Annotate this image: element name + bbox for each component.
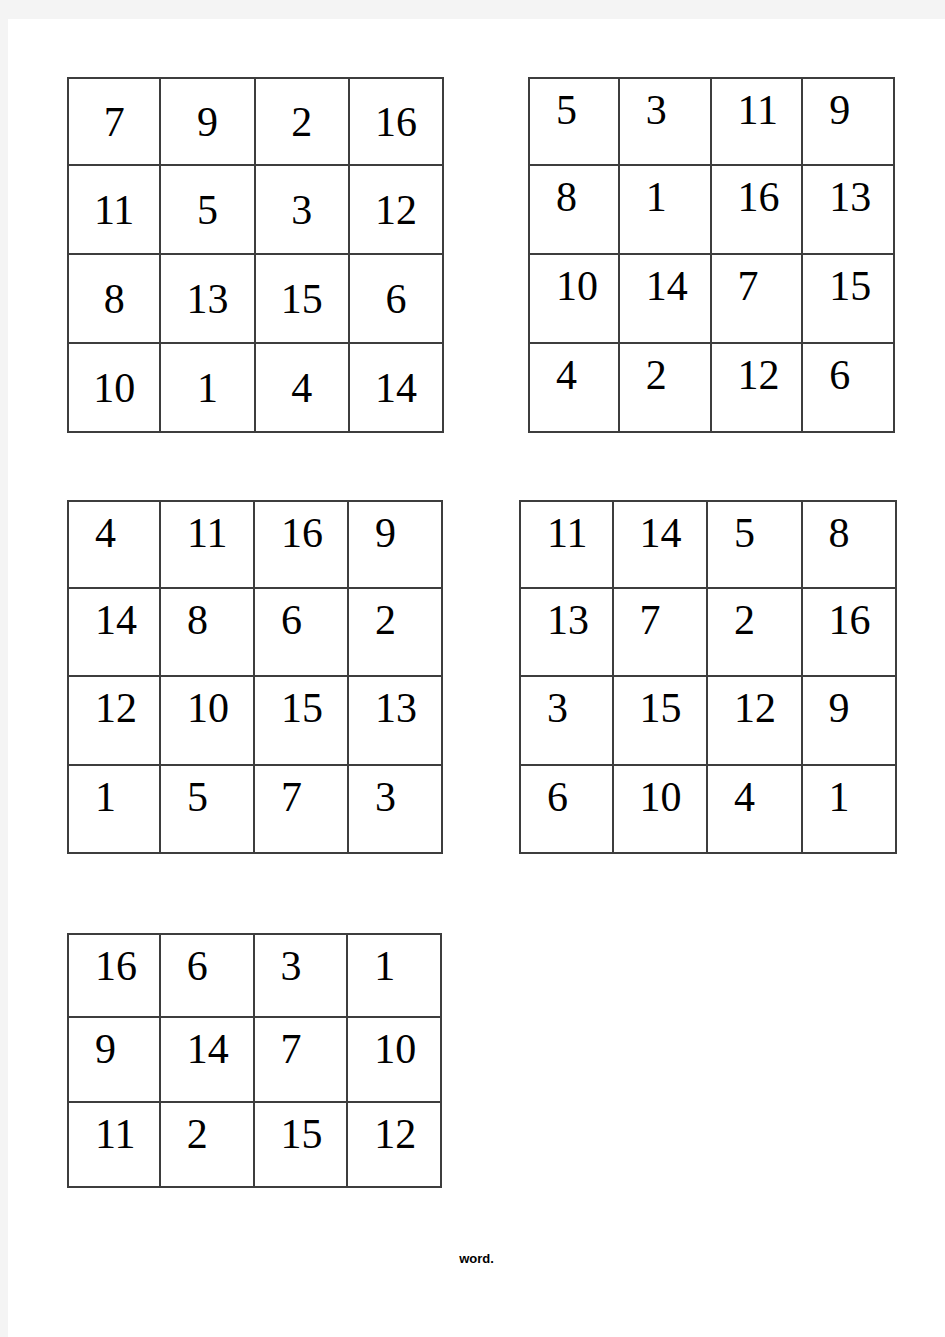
grid4-cell-r3c4: 9 xyxy=(803,677,898,766)
grid2-cell-r2c2: 1 xyxy=(620,166,712,255)
grid4-cell-r2c2: 7 xyxy=(614,589,709,678)
grid5-cell-r3c3: 15 xyxy=(255,1103,349,1188)
grid2-cell-r3c4: 15 xyxy=(803,255,895,344)
grid2-cell-r2c1: 8 xyxy=(528,166,620,255)
grid4-cell-r2c1: 13 xyxy=(519,589,614,678)
grid4-cell-r2c4: 16 xyxy=(803,589,898,678)
grid3-cell-r1c4: 9 xyxy=(349,500,443,589)
grid3-cell-r3c4: 13 xyxy=(349,677,443,766)
grid1-cell-r1c3: 2 xyxy=(256,77,350,166)
grid4-cell-r4c2: 10 xyxy=(614,766,709,855)
grid3-cell-r4c3: 7 xyxy=(255,766,349,855)
worksheet-page: 79216115312813156101414 5311981161310147… xyxy=(8,19,945,1337)
grid1-cell-r1c2: 9 xyxy=(161,77,255,166)
grid1-cell-r2c1: 11 xyxy=(67,166,161,255)
grid2-cell-r1c3: 11 xyxy=(712,77,804,166)
number-grid-3: 41116914862121015131573 xyxy=(67,500,443,854)
grid3-cell-r1c2: 11 xyxy=(161,500,255,589)
grid1-cell-r2c3: 3 xyxy=(256,166,350,255)
grid3-cell-r2c3: 6 xyxy=(255,589,349,678)
grid1-cell-r4c3: 4 xyxy=(256,344,350,433)
grid3-cell-r2c1: 14 xyxy=(67,589,161,678)
grid3-cell-r2c4: 2 xyxy=(349,589,443,678)
grid4-cell-r3c1: 3 xyxy=(519,677,614,766)
grid3-cell-r4c2: 5 xyxy=(161,766,255,855)
grid4-cell-r3c3: 12 xyxy=(708,677,803,766)
grid3-cell-r4c1: 1 xyxy=(67,766,161,855)
grid2-cell-r1c1: 5 xyxy=(528,77,620,166)
grid1-cell-r4c4: 14 xyxy=(350,344,444,433)
grid2-cell-r3c3: 7 xyxy=(712,255,804,344)
number-grid-1: 79216115312813156101414 xyxy=(67,77,444,433)
grid5-cell-r2c3: 7 xyxy=(255,1018,349,1103)
grid2-cell-r4c1: 4 xyxy=(528,344,620,433)
grid5-cell-r1c3: 3 xyxy=(255,933,349,1018)
grid3-cell-r3c1: 12 xyxy=(67,677,161,766)
grid4-cell-r2c3: 2 xyxy=(708,589,803,678)
grid4-cell-r4c4: 1 xyxy=(803,766,898,855)
grid5-cell-r3c1: 11 xyxy=(67,1103,161,1188)
number-grid-2: 53119811613101471542126 xyxy=(528,77,895,433)
grid5-cell-r2c4: 10 xyxy=(348,1018,442,1103)
grid2-cell-r4c2: 2 xyxy=(620,344,712,433)
grid3-cell-r4c4: 3 xyxy=(349,766,443,855)
grid3-cell-r1c1: 4 xyxy=(67,500,161,589)
grid3-cell-r1c3: 16 xyxy=(255,500,349,589)
grid2-cell-r3c1: 10 xyxy=(528,255,620,344)
grid5-cell-r2c2: 14 xyxy=(161,1018,255,1103)
grid5-cell-r1c1: 16 xyxy=(67,933,161,1018)
footer-text: word. xyxy=(8,1251,945,1266)
grid2-cell-r4c3: 12 xyxy=(712,344,804,433)
grid1-cell-r1c4: 16 xyxy=(350,77,444,166)
grid4-cell-r1c4: 8 xyxy=(803,500,898,589)
grid1-cell-r2c2: 5 xyxy=(161,166,255,255)
grid5-cell-r1c4: 1 xyxy=(348,933,442,1018)
grid2-cell-r4c4: 6 xyxy=(803,344,895,433)
grid5-cell-r2c1: 9 xyxy=(67,1018,161,1103)
grid2-cell-r2c3: 16 xyxy=(712,166,804,255)
number-grid-4: 11145813721631512961041 xyxy=(519,500,897,854)
grid1-cell-r4c1: 10 xyxy=(67,344,161,433)
grid5-cell-r1c2: 6 xyxy=(161,933,255,1018)
grid2-cell-r2c4: 13 xyxy=(803,166,895,255)
grid4-cell-r3c2: 15 xyxy=(614,677,709,766)
grid3-cell-r3c3: 15 xyxy=(255,677,349,766)
number-grid-5: 166319147101121512 xyxy=(67,933,442,1188)
grid1-cell-r1c1: 7 xyxy=(67,77,161,166)
grid2-cell-r1c2: 3 xyxy=(620,77,712,166)
grid4-cell-r1c2: 14 xyxy=(614,500,709,589)
grid1-cell-r3c4: 6 xyxy=(350,255,444,344)
grid3-cell-r2c2: 8 xyxy=(161,589,255,678)
grid1-cell-r3c2: 13 xyxy=(161,255,255,344)
grid1-cell-r4c2: 1 xyxy=(161,344,255,433)
grid1-cell-r3c3: 15 xyxy=(256,255,350,344)
grid2-cell-r3c2: 14 xyxy=(620,255,712,344)
grid5-cell-r3c4: 12 xyxy=(348,1103,442,1188)
grid4-cell-r1c1: 11 xyxy=(519,500,614,589)
grid1-cell-r2c4: 12 xyxy=(350,166,444,255)
grid4-cell-r4c3: 4 xyxy=(708,766,803,855)
grid1-cell-r3c1: 8 xyxy=(67,255,161,344)
grid4-cell-r4c1: 6 xyxy=(519,766,614,855)
grid5-cell-r3c2: 2 xyxy=(161,1103,255,1188)
grid2-cell-r1c4: 9 xyxy=(803,77,895,166)
grid3-cell-r3c2: 10 xyxy=(161,677,255,766)
grid4-cell-r1c3: 5 xyxy=(708,500,803,589)
